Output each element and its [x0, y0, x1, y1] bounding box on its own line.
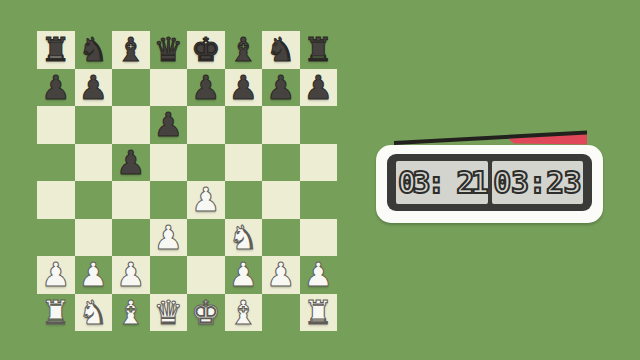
- square-a6[interactable]: [37, 106, 75, 144]
- piece-black-bishop[interactable]: ♝: [116, 33, 146, 66]
- square-a1[interactable]: ♜: [37, 294, 75, 332]
- left-clock-time: 03: 21: [398, 165, 485, 200]
- game-scene: ♜♞♝♛♚♝♞♜♟♟♟♟♟♟♟♟♟♟♞♟♟♟♟♟♟♜♞♝♛♚♝♜ 03: 21 …: [0, 0, 640, 360]
- square-c8[interactable]: ♝: [112, 31, 150, 69]
- piece-black-pawn[interactable]: ♟: [228, 71, 258, 104]
- piece-black-bishop[interactable]: ♝: [228, 33, 258, 66]
- square-b1[interactable]: ♞: [75, 294, 113, 332]
- square-e4[interactable]: ♟: [187, 181, 225, 219]
- piece-white-pawn[interactable]: ♟: [116, 258, 146, 291]
- square-h8[interactable]: ♜: [300, 31, 338, 69]
- square-b6[interactable]: [75, 106, 113, 144]
- square-c4[interactable]: [112, 181, 150, 219]
- piece-white-knight[interactable]: ♞: [228, 221, 258, 254]
- square-b2[interactable]: ♟: [75, 256, 113, 294]
- square-c1[interactable]: ♝: [112, 294, 150, 332]
- square-d5[interactable]: [150, 144, 188, 182]
- piece-white-pawn[interactable]: ♟: [266, 258, 296, 291]
- square-f1[interactable]: ♝: [225, 294, 263, 332]
- right-clock-time: 03:23: [493, 165, 581, 200]
- piece-white-rook[interactable]: ♜: [303, 296, 333, 329]
- square-c5[interactable]: ♟: [112, 144, 150, 182]
- piece-white-pawn[interactable]: ♟: [41, 258, 71, 291]
- square-d2[interactable]: [150, 256, 188, 294]
- square-b7[interactable]: ♟: [75, 69, 113, 107]
- piece-white-king[interactable]: ♚: [191, 296, 221, 329]
- piece-black-rook[interactable]: ♜: [41, 33, 71, 66]
- piece-black-pawn[interactable]: ♟: [41, 71, 71, 104]
- square-g2[interactable]: ♟: [262, 256, 300, 294]
- square-d8[interactable]: ♛: [150, 31, 188, 69]
- square-a3[interactable]: [37, 219, 75, 257]
- piece-black-king[interactable]: ♚: [191, 33, 221, 66]
- square-g7[interactable]: ♟: [262, 69, 300, 107]
- square-f4[interactable]: [225, 181, 263, 219]
- piece-black-pawn[interactable]: ♟: [303, 71, 333, 104]
- square-e6[interactable]: [187, 106, 225, 144]
- square-g3[interactable]: [262, 219, 300, 257]
- square-f6[interactable]: [225, 106, 263, 144]
- right-clock-display: 03:23: [492, 161, 584, 204]
- square-d7[interactable]: [150, 69, 188, 107]
- piece-black-pawn[interactable]: ♟: [266, 71, 296, 104]
- piece-white-pawn[interactable]: ♟: [191, 183, 221, 216]
- chess-clock: 03: 21 03:23: [376, 145, 603, 223]
- left-clock-display: 03: 21: [396, 161, 488, 204]
- square-a2[interactable]: ♟: [37, 256, 75, 294]
- square-c7[interactable]: [112, 69, 150, 107]
- square-e5[interactable]: [187, 144, 225, 182]
- square-h2[interactable]: ♟: [300, 256, 338, 294]
- square-e2[interactable]: [187, 256, 225, 294]
- square-g6[interactable]: [262, 106, 300, 144]
- piece-white-pawn[interactable]: ♟: [153, 221, 183, 254]
- square-g1[interactable]: [262, 294, 300, 332]
- square-e8[interactable]: ♚: [187, 31, 225, 69]
- chess-board: ♜♞♝♛♚♝♞♜♟♟♟♟♟♟♟♟♟♟♞♟♟♟♟♟♟♜♞♝♛♚♝♜: [37, 31, 337, 331]
- piece-black-knight[interactable]: ♞: [266, 33, 296, 66]
- square-e3[interactable]: [187, 219, 225, 257]
- piece-black-rook[interactable]: ♜: [303, 33, 333, 66]
- square-h3[interactable]: [300, 219, 338, 257]
- square-e7[interactable]: ♟: [187, 69, 225, 107]
- clock-frame: 03: 21 03:23: [387, 154, 592, 211]
- piece-white-knight[interactable]: ♞: [78, 296, 108, 329]
- piece-white-pawn[interactable]: ♟: [303, 258, 333, 291]
- square-f5[interactable]: [225, 144, 263, 182]
- square-h5[interactable]: [300, 144, 338, 182]
- piece-white-bishop[interactable]: ♝: [228, 296, 258, 329]
- square-c6[interactable]: [112, 106, 150, 144]
- piece-white-pawn[interactable]: ♟: [228, 258, 258, 291]
- piece-white-rook[interactable]: ♜: [41, 296, 71, 329]
- piece-black-pawn[interactable]: ♟: [191, 71, 221, 104]
- square-h6[interactable]: [300, 106, 338, 144]
- square-g5[interactable]: [262, 144, 300, 182]
- square-g4[interactable]: [262, 181, 300, 219]
- piece-white-queen[interactable]: ♛: [153, 296, 183, 329]
- square-a4[interactable]: [37, 181, 75, 219]
- square-g8[interactable]: ♞: [262, 31, 300, 69]
- square-b3[interactable]: [75, 219, 113, 257]
- piece-black-knight[interactable]: ♞: [78, 33, 108, 66]
- square-d3[interactable]: ♟: [150, 219, 188, 257]
- square-b8[interactable]: ♞: [75, 31, 113, 69]
- square-a5[interactable]: [37, 144, 75, 182]
- square-f3[interactable]: ♞: [225, 219, 263, 257]
- square-d1[interactable]: ♛: [150, 294, 188, 332]
- piece-black-queen[interactable]: ♛: [153, 33, 183, 66]
- piece-white-bishop[interactable]: ♝: [116, 296, 146, 329]
- piece-black-pawn[interactable]: ♟: [153, 108, 183, 141]
- square-h7[interactable]: ♟: [300, 69, 338, 107]
- square-a7[interactable]: ♟: [37, 69, 75, 107]
- square-h4[interactable]: [300, 181, 338, 219]
- square-e1[interactable]: ♚: [187, 294, 225, 332]
- square-f8[interactable]: ♝: [225, 31, 263, 69]
- square-c3[interactable]: [112, 219, 150, 257]
- piece-white-pawn[interactable]: ♟: [78, 258, 108, 291]
- square-h1[interactable]: ♜: [300, 294, 338, 332]
- square-d4[interactable]: [150, 181, 188, 219]
- square-b5[interactable]: [75, 144, 113, 182]
- square-b4[interactable]: [75, 181, 113, 219]
- square-f7[interactable]: ♟: [225, 69, 263, 107]
- square-f2[interactable]: ♟: [225, 256, 263, 294]
- piece-black-pawn[interactable]: ♟: [78, 71, 108, 104]
- piece-black-pawn[interactable]: ♟: [116, 146, 146, 179]
- square-c2[interactable]: ♟: [112, 256, 150, 294]
- square-d6[interactable]: ♟: [150, 106, 188, 144]
- square-a8[interactable]: ♜: [37, 31, 75, 69]
